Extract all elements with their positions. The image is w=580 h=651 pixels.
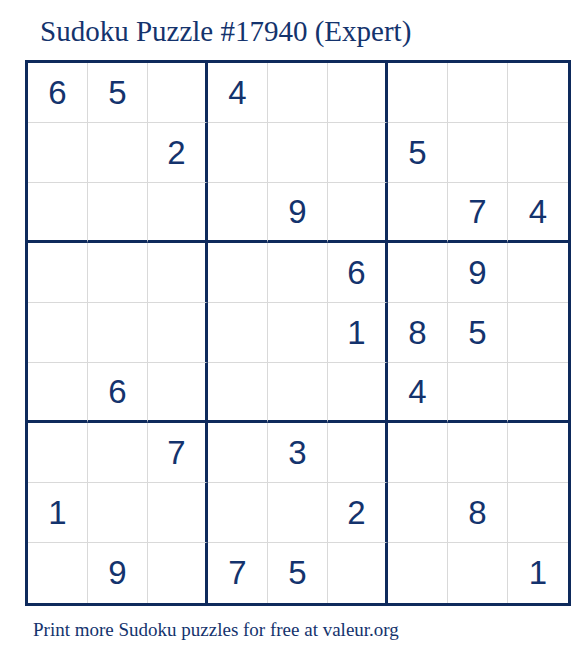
cell-r6c2: 6 <box>88 363 148 423</box>
cell-r6c1 <box>28 363 88 423</box>
cell-r1c8 <box>448 63 508 123</box>
footer-text: Print more Sudoku puzzles for free at va… <box>33 619 580 641</box>
cell-r9c6 <box>328 543 388 603</box>
cell-r6c4 <box>208 363 268 423</box>
cell-r8c3 <box>148 483 208 543</box>
cell-r5c6: 1 <box>328 303 388 363</box>
cell-r5c2 <box>88 303 148 363</box>
cell-r7c2 <box>88 423 148 483</box>
cell-r5c9 <box>508 303 568 363</box>
cell-r1c7 <box>388 63 448 123</box>
cell-r9c7 <box>388 543 448 603</box>
cell-r4c2 <box>88 243 148 303</box>
cell-r3c6 <box>328 183 388 243</box>
cell-r4c7 <box>388 243 448 303</box>
cell-r3c5: 9 <box>268 183 328 243</box>
cell-r1c5 <box>268 63 328 123</box>
page-title: Sudoku Puzzle #17940 (Expert) <box>40 15 580 48</box>
cell-r4c6: 6 <box>328 243 388 303</box>
cell-r2c3: 2 <box>148 123 208 183</box>
cell-r8c6: 2 <box>328 483 388 543</box>
cell-r3c4 <box>208 183 268 243</box>
cell-r6c8 <box>448 363 508 423</box>
cell-r1c4: 4 <box>208 63 268 123</box>
cell-r3c8: 7 <box>448 183 508 243</box>
cell-r6c3 <box>148 363 208 423</box>
cell-r7c3: 7 <box>148 423 208 483</box>
cell-r8c9 <box>508 483 568 543</box>
cell-r9c9: 1 <box>508 543 568 603</box>
cell-r2c6 <box>328 123 388 183</box>
cell-r4c1 <box>28 243 88 303</box>
cell-r1c6 <box>328 63 388 123</box>
cell-r1c9 <box>508 63 568 123</box>
cell-r9c4: 7 <box>208 543 268 603</box>
cell-r7c8 <box>448 423 508 483</box>
cell-r1c1: 6 <box>28 63 88 123</box>
cell-r2c9 <box>508 123 568 183</box>
cell-r5c4 <box>208 303 268 363</box>
cell-r4c8: 9 <box>448 243 508 303</box>
cell-r5c5 <box>268 303 328 363</box>
cell-r8c7 <box>388 483 448 543</box>
cell-r7c9 <box>508 423 568 483</box>
cell-r8c8: 8 <box>448 483 508 543</box>
cell-r9c2: 9 <box>88 543 148 603</box>
cell-r6c9 <box>508 363 568 423</box>
cell-r3c3 <box>148 183 208 243</box>
cell-r1c2: 5 <box>88 63 148 123</box>
cell-r2c7: 5 <box>388 123 448 183</box>
cell-r4c4 <box>208 243 268 303</box>
cell-r7c6 <box>328 423 388 483</box>
cell-r6c7: 4 <box>388 363 448 423</box>
cell-r6c6 <box>328 363 388 423</box>
cell-r8c2 <box>88 483 148 543</box>
cell-r7c1 <box>28 423 88 483</box>
cell-r4c5 <box>268 243 328 303</box>
cell-r8c4 <box>208 483 268 543</box>
cell-r2c5 <box>268 123 328 183</box>
cell-r8c1: 1 <box>28 483 88 543</box>
cell-r9c1 <box>28 543 88 603</box>
cell-r5c7: 8 <box>388 303 448 363</box>
cell-r7c7 <box>388 423 448 483</box>
sudoku-board: 654259746918564731289751 <box>25 60 571 606</box>
cell-r5c3 <box>148 303 208 363</box>
cell-r3c9: 4 <box>508 183 568 243</box>
cell-r2c1 <box>28 123 88 183</box>
cell-r5c8: 5 <box>448 303 508 363</box>
cell-r9c5: 5 <box>268 543 328 603</box>
cell-r5c1 <box>28 303 88 363</box>
cell-r7c4 <box>208 423 268 483</box>
cell-r3c1 <box>28 183 88 243</box>
cell-r2c8 <box>448 123 508 183</box>
cell-r3c2 <box>88 183 148 243</box>
cell-r9c3 <box>148 543 208 603</box>
cell-r9c8 <box>448 543 508 603</box>
cell-r7c5: 3 <box>268 423 328 483</box>
cell-r4c9 <box>508 243 568 303</box>
cell-r2c2 <box>88 123 148 183</box>
cell-r6c5 <box>268 363 328 423</box>
cell-r2c4 <box>208 123 268 183</box>
cell-r1c3 <box>148 63 208 123</box>
cell-r4c3 <box>148 243 208 303</box>
cell-r3c7 <box>388 183 448 243</box>
cell-r8c5 <box>268 483 328 543</box>
